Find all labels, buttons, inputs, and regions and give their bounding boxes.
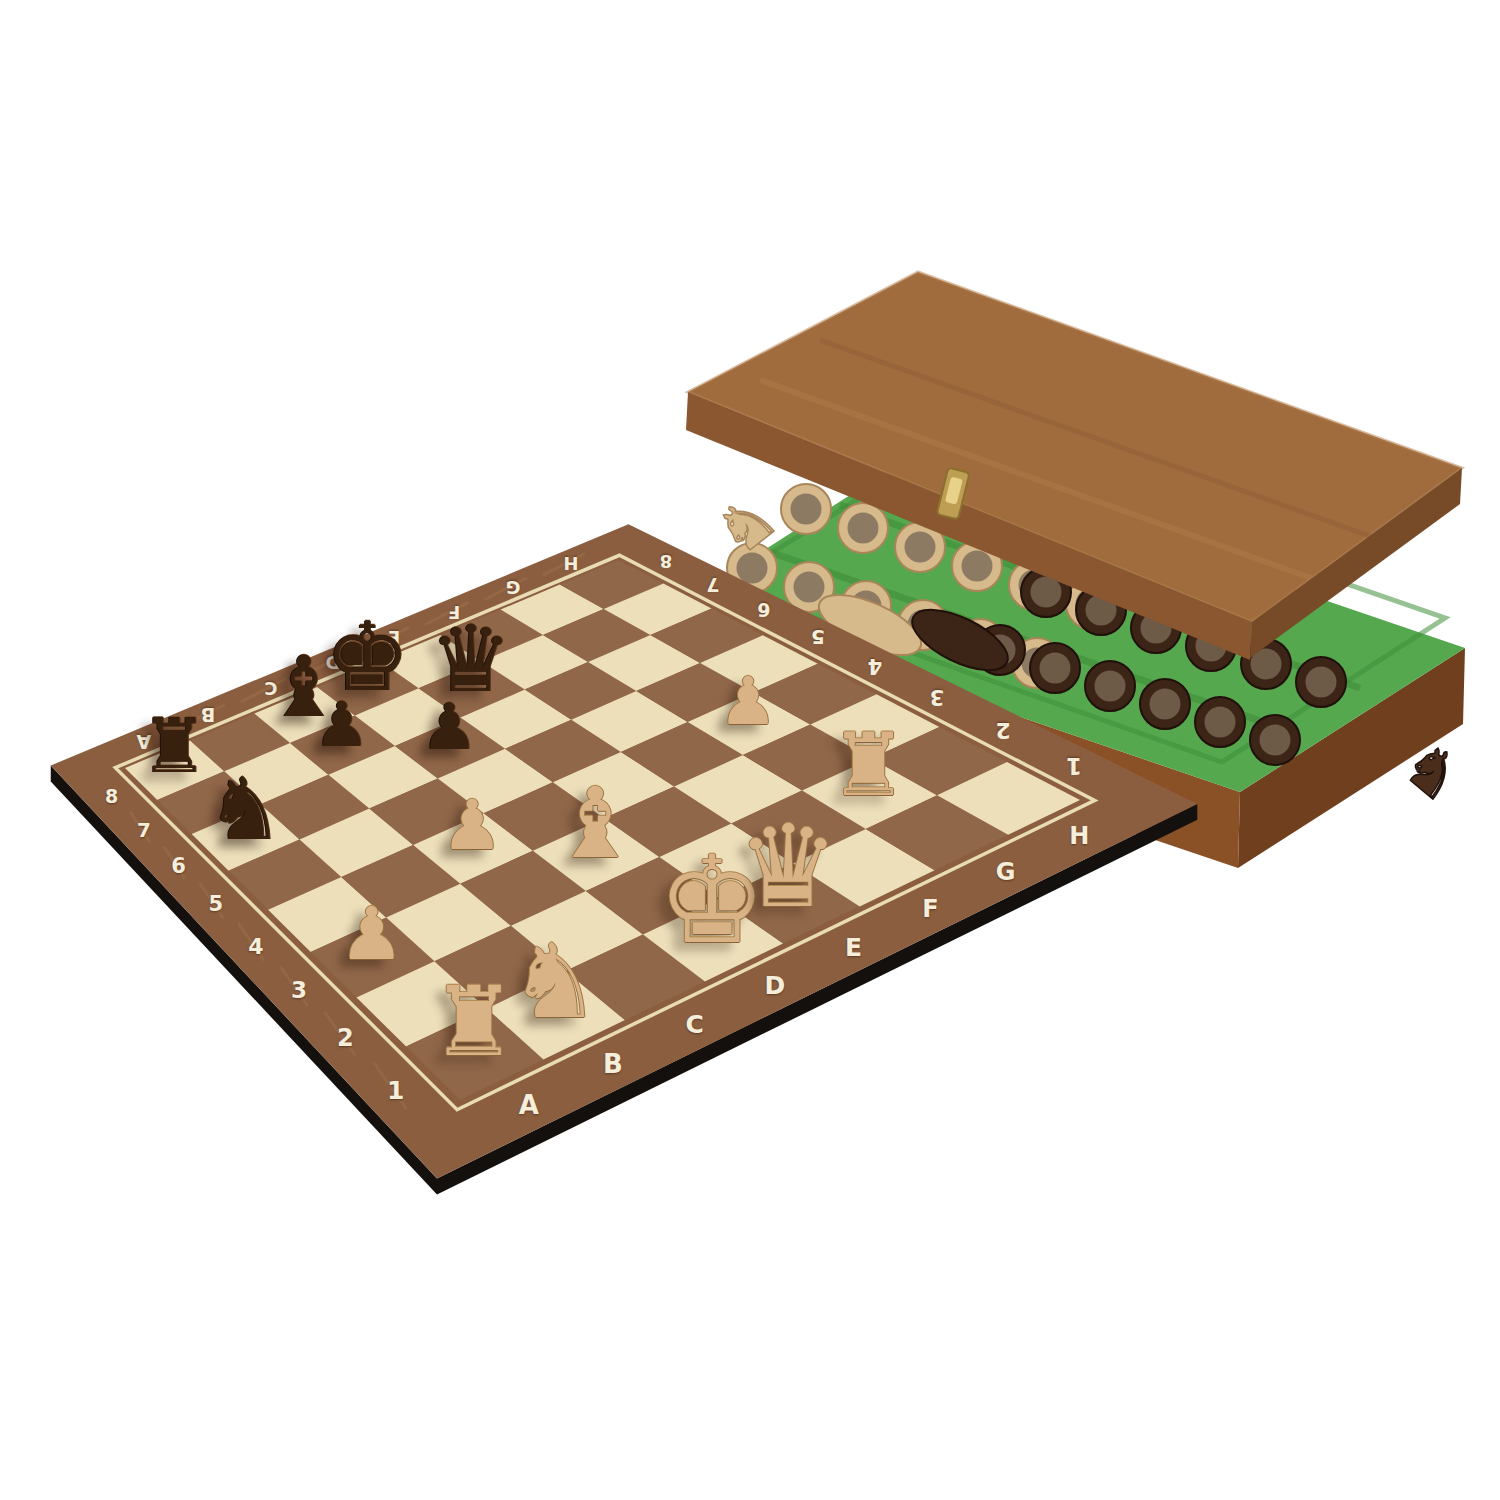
rank-label-left: 4 [248, 933, 263, 958]
rank-label-left: 5 [209, 892, 224, 916]
rank-label-right: 8 [660, 550, 673, 571]
rank-label-right: 2 [995, 718, 1010, 743]
file-label-far: G [506, 576, 521, 597]
piece-black-rook-a8[interactable]: ♜ [140, 708, 207, 783]
rank-label-left: 8 [105, 785, 118, 807]
piece-white-pawn-g4[interactable]: ♟ [719, 669, 778, 735]
rank-label-right: 3 [929, 685, 944, 709]
piece-white-bishop-d3[interactable]: ♝ [551, 773, 639, 871]
rank-label-left: 3 [291, 977, 307, 1003]
file-label-near: B [603, 1049, 623, 1079]
file-label-near: A [519, 1090, 539, 1120]
piece-white-knight-b1[interactable]: ♞ [509, 930, 601, 1033]
rank-label-left: 7 [137, 818, 151, 842]
piece-white-rook-a1[interactable]: ♜ [431, 974, 517, 1070]
file-label-near: E [845, 932, 862, 961]
piece-white-pawn-c4[interactable]: ♟ [441, 791, 503, 860]
piece-black-pawn-c7[interactable]: ♟ [314, 694, 370, 756]
file-label-near: C [686, 1010, 704, 1039]
file-label-near: D [765, 970, 786, 999]
file-label-near: H [1069, 822, 1089, 850]
piece-white-rook-g2[interactable]: ♜ [830, 722, 908, 809]
file-label-near: F [922, 895, 938, 923]
rank-label-left: 1 [387, 1076, 404, 1105]
piece-white-queen-e1[interactable]: ♛ [737, 809, 839, 923]
chess-set-product-scene: ♞♞ AABBCCDDEEFFGGHH8877665544332211 ♜♝♚♟… [0, 0, 1500, 1500]
rank-label-right: 1 [1066, 753, 1082, 779]
file-label-near: G [996, 858, 1016, 886]
scene-graphics: ♞♞ [0, 0, 1500, 1500]
rank-label-right: 6 [757, 599, 770, 621]
piece-black-pawn-d6[interactable]: ♟ [421, 695, 478, 759]
rank-label-right: 5 [811, 625, 825, 649]
rank-label-right: 7 [707, 574, 720, 596]
rank-label-left: 2 [337, 1024, 354, 1052]
rank-label-left: 6 [171, 854, 186, 878]
rank-label-right: 4 [868, 654, 883, 678]
file-label-far: H [564, 552, 579, 573]
piece-black-knight-a6[interactable]: ♞ [206, 766, 283, 852]
piece-white-pawn-a3[interactable]: ♟ [339, 897, 404, 970]
